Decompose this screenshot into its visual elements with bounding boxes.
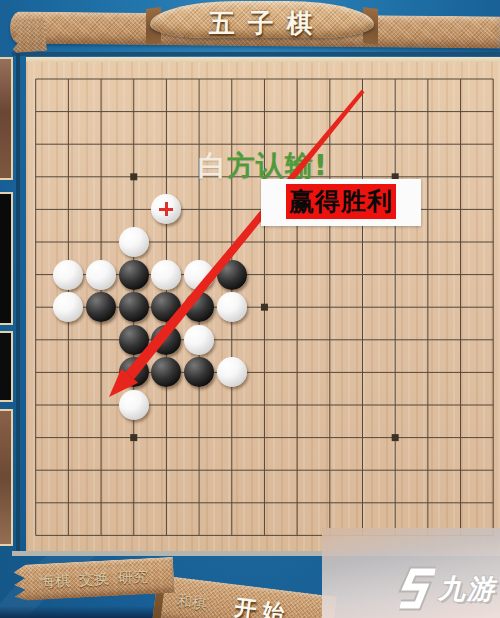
- stone-black: [119, 325, 149, 355]
- stone-white: [53, 260, 83, 290]
- top-ribbon-tail: [11, 18, 47, 53]
- stone-black: [217, 260, 247, 290]
- resign-message-white-char: 白: [198, 149, 227, 182]
- stone-white: [151, 194, 181, 224]
- stone-white: [119, 390, 149, 420]
- stones-layer: [0, 0, 500, 618]
- stone-white: [217, 357, 247, 387]
- game-title: 五子棋: [150, 6, 374, 41]
- watermark-text: 九游: [438, 571, 496, 607]
- stone-white: [119, 227, 149, 257]
- stone-black: [119, 260, 149, 290]
- stone-white: [53, 292, 83, 322]
- victory-text: 赢得胜利: [286, 184, 396, 219]
- stone-black: [184, 357, 214, 387]
- study-button[interactable]: 研究: [117, 567, 148, 588]
- sidebar-panel-black-lower: [0, 331, 13, 402]
- last-move-marker: [159, 202, 173, 216]
- stone-black: [151, 292, 181, 322]
- stone-black: [119, 357, 149, 387]
- stone-white: [184, 325, 214, 355]
- undo-button[interactable]: 悔棋: [40, 571, 71, 592]
- draw-button[interactable]: 和棋: [176, 591, 208, 614]
- game-window: 白方认输! 赢得胜利 五子棋 悔棋 交换 研究 和棋 开始 九游: [0, 0, 500, 618]
- sidebar-panel-black-upper: [0, 192, 13, 325]
- stone-black: [86, 292, 116, 322]
- victory-panel: 赢得胜利: [261, 179, 421, 226]
- stone-white: [86, 260, 116, 290]
- stone-black: [151, 357, 181, 387]
- watermark-overlay: 九游: [322, 528, 500, 618]
- watermark-logo: 九游: [396, 566, 496, 612]
- resign-message-rest: 方认输!: [227, 149, 328, 182]
- stone-white: [217, 292, 247, 322]
- stone-black: [184, 292, 214, 322]
- stone-white: [151, 260, 181, 290]
- sidebar-panel-wood-bottom: [0, 409, 13, 546]
- stone-white: [184, 260, 214, 290]
- swap-button[interactable]: 交换: [79, 569, 110, 590]
- 9game-g-icon: [392, 566, 442, 612]
- stone-black: [151, 325, 181, 355]
- stone-black: [119, 292, 149, 322]
- sidebar-panel-wood-top: [0, 57, 13, 180]
- title-banner-scroll: 五子棋: [150, 1, 374, 38]
- start-button[interactable]: 开始: [233, 593, 292, 618]
